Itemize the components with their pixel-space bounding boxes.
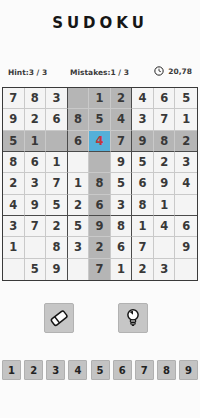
numpad-button-3[interactable]: 3 [46, 360, 65, 380]
cell-r9c1[interactable] [3, 259, 25, 280]
numpad-button-5[interactable]: 5 [91, 360, 110, 380]
cell-r7c7[interactable]: 1 [132, 216, 154, 237]
cell-r2c8[interactable]: 7 [154, 109, 176, 130]
cell-r9c7[interactable]: 2 [132, 259, 154, 280]
status-bar: Hint:3 / 3 Mistakes:1 / 3 20,78 [0, 65, 200, 79]
numpad-button-1[interactable]: 1 [2, 360, 21, 380]
sudoku-app: SUDOKU Hint:3 / 3 Mistakes:1 / 3 20,78 7… [0, 0, 200, 418]
cell-r1c8[interactable]: 6 [154, 88, 176, 109]
cell-r2c7[interactable]: 3 [132, 109, 154, 130]
cell-r7c9[interactable]: 6 [175, 216, 197, 237]
cell-r9c9[interactable] [175, 259, 197, 280]
cell-r4c6[interactable]: 9 [111, 152, 133, 173]
cell-r5c5[interactable]: 8 [89, 173, 111, 194]
cell-r4c1[interactable]: 8 [3, 152, 25, 173]
numpad-button-4[interactable]: 4 [68, 360, 87, 380]
cell-r3c1[interactable]: 5 [3, 131, 25, 152]
cell-r6c1[interactable]: 4 [3, 195, 25, 216]
cell-r1c2[interactable]: 8 [25, 88, 47, 109]
numpad: 123456789 [2, 360, 198, 380]
cell-r4c5[interactable] [89, 152, 111, 173]
cell-r8c4[interactable]: 3 [68, 237, 90, 258]
cell-r6c9[interactable] [175, 195, 197, 216]
cell-r9c8[interactable]: 3 [154, 259, 176, 280]
cell-r7c3[interactable]: 2 [46, 216, 68, 237]
cell-r8c5[interactable]: 2 [89, 237, 111, 258]
cell-r7c8[interactable]: 4 [154, 216, 176, 237]
numpad-button-9[interactable]: 9 [179, 360, 198, 380]
cell-r2c2[interactable]: 2 [25, 109, 47, 130]
cell-r7c1[interactable]: 3 [3, 216, 25, 237]
cell-r1c1[interactable]: 7 [3, 88, 25, 109]
cell-r3c4[interactable]: 6 [68, 131, 90, 152]
cell-r8c6[interactable]: 6 [111, 237, 133, 258]
cell-r8c1[interactable]: 1 [3, 237, 25, 258]
cell-r5c6[interactable]: 5 [111, 173, 133, 194]
cell-r4c2[interactable]: 6 [25, 152, 47, 173]
cell-r2c4[interactable]: 8 [68, 109, 90, 130]
cell-r4c3[interactable]: 1 [46, 152, 68, 173]
cell-r5c2[interactable]: 3 [25, 173, 47, 194]
sudoku-board: 7831246592685437151647982861952323718569… [2, 87, 198, 281]
cell-r5c7[interactable]: 6 [132, 173, 154, 194]
eraser-icon [48, 307, 70, 329]
cell-r1c4[interactable] [68, 88, 90, 109]
cell-r2c5[interactable]: 5 [89, 109, 111, 130]
timer-value: 20,78 [168, 67, 192, 76]
cell-r6c4[interactable]: 2 [68, 195, 90, 216]
mistakes-counter: Mistakes:1 / 3 [70, 68, 129, 77]
hint-counter: Hint:3 / 3 [8, 68, 47, 77]
cell-r5c8[interactable]: 9 [154, 173, 176, 194]
cell-r4c9[interactable]: 3 [175, 152, 197, 173]
timer: 20,78 [154, 66, 192, 76]
cell-r1c9[interactable]: 5 [175, 88, 197, 109]
cell-r8c3[interactable]: 8 [46, 237, 68, 258]
hint-button[interactable] [118, 303, 148, 333]
cell-r3c8[interactable]: 8 [154, 131, 176, 152]
cell-r7c6[interactable]: 8 [111, 216, 133, 237]
lightbulb-icon [122, 307, 144, 329]
cell-r3c2[interactable]: 1 [25, 131, 47, 152]
cell-r9c2[interactable]: 5 [25, 259, 47, 280]
cell-r9c4[interactable] [68, 259, 90, 280]
cell-r2c1[interactable]: 9 [3, 109, 25, 130]
cell-r3c3[interactable] [46, 131, 68, 152]
cell-r9c5[interactable]: 7 [89, 259, 111, 280]
clock-icon [154, 66, 164, 76]
numpad-button-6[interactable]: 6 [113, 360, 132, 380]
cell-r1c7[interactable]: 4 [132, 88, 154, 109]
cell-r6c3[interactable]: 5 [46, 195, 68, 216]
cell-r1c3[interactable]: 3 [46, 88, 68, 109]
cell-r8c2[interactable] [25, 237, 47, 258]
cell-r2c6[interactable]: 4 [111, 109, 133, 130]
eraser-button[interactable] [44, 303, 74, 333]
cell-r7c5[interactable]: 9 [89, 216, 111, 237]
app-title: SUDOKU [0, 14, 200, 32]
cell-r4c4[interactable] [68, 152, 90, 173]
numpad-button-2[interactable]: 2 [24, 360, 43, 380]
cell-r3c6[interactable]: 7 [111, 131, 133, 152]
cell-r8c8[interactable] [154, 237, 176, 258]
cell-r6c2[interactable]: 9 [25, 195, 47, 216]
cell-r1c6[interactable]: 2 [111, 88, 133, 109]
cell-r5c3[interactable]: 7 [46, 173, 68, 194]
cell-r5c4[interactable]: 1 [68, 173, 90, 194]
cell-r6c6[interactable]: 3 [111, 195, 133, 216]
cell-r8c9[interactable]: 9 [175, 237, 197, 258]
cell-r2c9[interactable]: 1 [175, 109, 197, 130]
cell-r7c4[interactable]: 5 [68, 216, 90, 237]
cell-r4c8[interactable]: 2 [154, 152, 176, 173]
numpad-button-7[interactable]: 7 [135, 360, 154, 380]
cell-r3c5[interactable]: 4 [89, 131, 111, 152]
cell-r3c9[interactable]: 2 [175, 131, 197, 152]
cell-r4c7[interactable]: 5 [132, 152, 154, 173]
cell-r8c7[interactable]: 7 [132, 237, 154, 258]
cell-r3c7[interactable]: 9 [132, 131, 154, 152]
cell-r2c3[interactable]: 6 [46, 109, 68, 130]
cell-r7c2[interactable]: 7 [25, 216, 47, 237]
cell-r6c8[interactable]: 1 [154, 195, 176, 216]
cell-r6c7[interactable]: 8 [132, 195, 154, 216]
cell-r5c1[interactable]: 2 [3, 173, 25, 194]
numpad-button-8[interactable]: 8 [157, 360, 176, 380]
cell-r1c5[interactable]: 1 [89, 88, 111, 109]
cell-r5c9[interactable]: 4 [175, 173, 197, 194]
cell-r9c6[interactable]: 1 [111, 259, 133, 280]
cell-r9c3[interactable]: 9 [46, 259, 68, 280]
cell-r6c5[interactable]: 6 [89, 195, 111, 216]
